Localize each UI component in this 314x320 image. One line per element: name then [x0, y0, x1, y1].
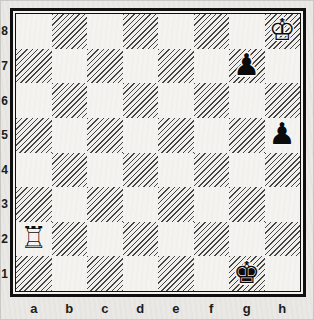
square-d6 — [123, 83, 159, 118]
square-h6 — [265, 83, 301, 118]
square-h7 — [265, 49, 301, 84]
square-g1: ♚ — [229, 256, 265, 291]
square-f2 — [194, 222, 230, 257]
square-b5 — [52, 118, 88, 153]
piece-white-rook-a2: ♖ — [20, 223, 47, 253]
square-b3 — [52, 187, 88, 222]
square-g4 — [229, 153, 265, 188]
square-b8 — [52, 14, 88, 49]
square-c8 — [87, 14, 123, 49]
square-g5 — [229, 118, 265, 153]
square-h1 — [265, 256, 301, 291]
square-d5 — [123, 118, 159, 153]
square-b2 — [52, 222, 88, 257]
square-e8 — [158, 14, 194, 49]
square-c2 — [87, 222, 123, 257]
square-a5 — [16, 118, 52, 153]
square-f5 — [194, 118, 230, 153]
chess-board: ♔♟♟♖♚ — [16, 14, 300, 291]
square-f6 — [194, 83, 230, 118]
file-label-e: e — [166, 301, 186, 317]
square-h5: ♟ — [265, 118, 301, 153]
file-label-g: g — [237, 301, 257, 317]
square-d2 — [123, 222, 159, 257]
square-e1 — [158, 256, 194, 291]
square-a6 — [16, 83, 52, 118]
square-b7 — [52, 49, 88, 84]
square-c6 — [87, 83, 123, 118]
square-g6 — [229, 83, 265, 118]
square-d8 — [123, 14, 159, 49]
square-f3 — [194, 187, 230, 222]
rank-label-4: 4 — [0, 163, 9, 177]
rank-label-2: 2 — [0, 232, 9, 246]
square-b4 — [52, 153, 88, 188]
square-c5 — [87, 118, 123, 153]
square-g7: ♟ — [229, 49, 265, 84]
rank-label-7: 7 — [0, 59, 9, 73]
square-a7 — [16, 49, 52, 84]
file-label-f: f — [201, 301, 221, 317]
square-h2 — [265, 222, 301, 257]
square-a4 — [16, 153, 52, 188]
square-e4 — [158, 153, 194, 188]
square-g8 — [229, 14, 265, 49]
chess-diagram: ♔♟♟♖♚ 87654321 abcdefgh — [0, 0, 314, 320]
file-label-h: h — [272, 301, 292, 317]
file-label-d: d — [130, 301, 150, 317]
square-c1 — [87, 256, 123, 291]
rank-label-6: 6 — [0, 94, 9, 108]
square-e5 — [158, 118, 194, 153]
square-a2: ♖ — [16, 222, 52, 257]
square-f4 — [194, 153, 230, 188]
square-g2 — [229, 222, 265, 257]
rank-label-1: 1 — [0, 267, 9, 281]
square-h3 — [265, 187, 301, 222]
piece-black-pawn-g7: ♟ — [233, 50, 260, 80]
piece-black-pawn-h5: ♟ — [269, 119, 296, 149]
rank-label-8: 8 — [0, 24, 9, 38]
square-h4 — [265, 153, 301, 188]
square-f8 — [194, 14, 230, 49]
square-b6 — [52, 83, 88, 118]
square-c7 — [87, 49, 123, 84]
square-d1 — [123, 256, 159, 291]
rank-label-5: 5 — [0, 128, 9, 142]
square-d7 — [123, 49, 159, 84]
file-label-a: a — [24, 301, 44, 317]
square-e3 — [158, 187, 194, 222]
square-b1 — [52, 256, 88, 291]
square-d3 — [123, 187, 159, 222]
square-g3 — [229, 187, 265, 222]
square-c3 — [87, 187, 123, 222]
piece-black-king-g1: ♚ — [233, 258, 260, 288]
piece-white-king-h8: ♔ — [269, 15, 296, 45]
square-f1 — [194, 256, 230, 291]
square-e7 — [158, 49, 194, 84]
board-inner-border: ♔♟♟♖♚ — [15, 13, 301, 292]
file-label-b: b — [59, 301, 79, 317]
square-e2 — [158, 222, 194, 257]
file-label-c: c — [95, 301, 115, 317]
square-f7 — [194, 49, 230, 84]
square-a8 — [16, 14, 52, 49]
square-d4 — [123, 153, 159, 188]
square-a1 — [16, 256, 52, 291]
square-h8: ♔ — [265, 14, 301, 49]
rank-label-3: 3 — [0, 197, 9, 211]
square-a3 — [16, 187, 52, 222]
square-c4 — [87, 153, 123, 188]
board-frame: ♔♟♟♖♚ — [10, 8, 306, 297]
square-e6 — [158, 83, 194, 118]
